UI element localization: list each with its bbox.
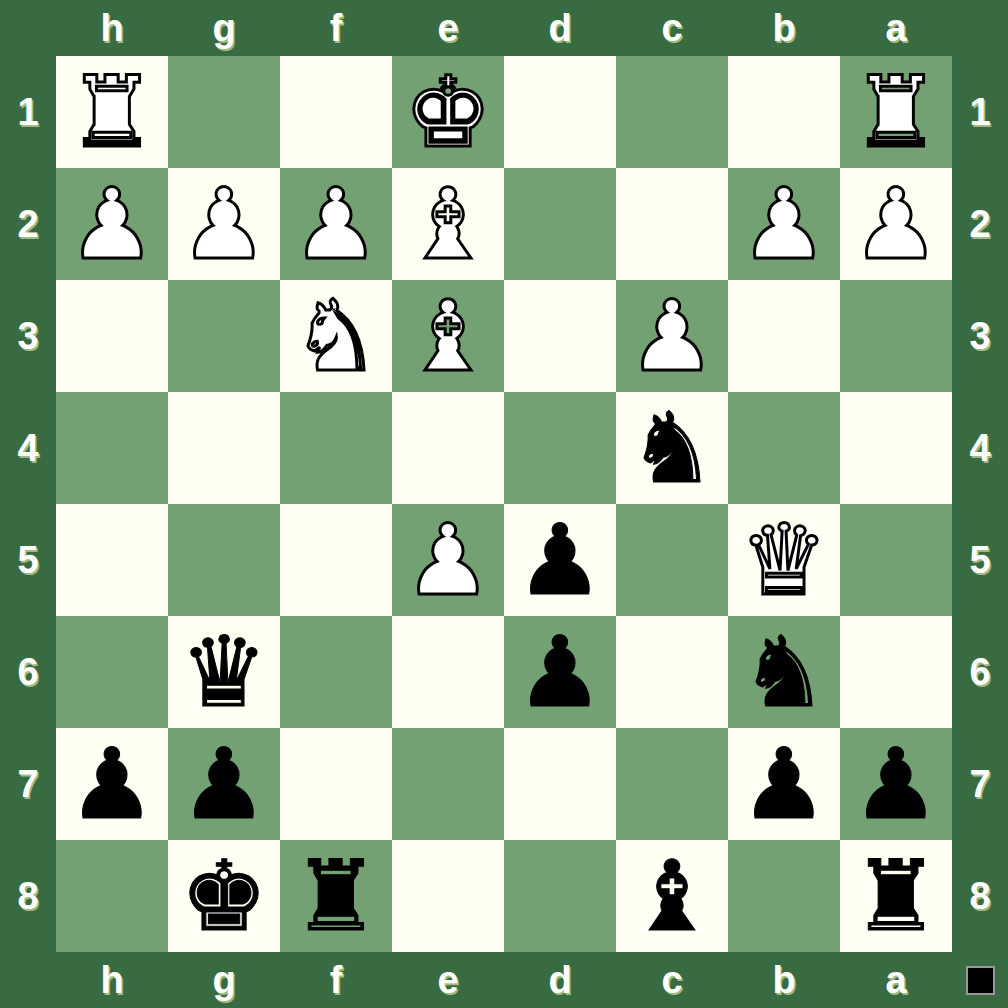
square-f6[interactable] xyxy=(280,616,392,728)
square-b7[interactable]: ♟︎ xyxy=(728,728,840,840)
square-f8[interactable]: ♜︎ xyxy=(280,840,392,952)
square-f5[interactable] xyxy=(280,504,392,616)
rank-label-1-right: 1 xyxy=(952,56,1008,168)
square-f3[interactable]: ♞︎ xyxy=(280,280,392,392)
square-e1[interactable]: ♚︎ xyxy=(392,56,504,168)
square-b6[interactable]: ♞︎ xyxy=(728,616,840,728)
square-f4[interactable] xyxy=(280,392,392,504)
square-a7[interactable]: ♟︎ xyxy=(840,728,952,840)
square-c3[interactable]: ♟︎ xyxy=(616,280,728,392)
rank-label-3-right: 3 xyxy=(952,280,1008,392)
square-b5[interactable]: ♛︎ xyxy=(728,504,840,616)
black-bishop-c8[interactable]: ♝︎ xyxy=(628,840,716,952)
square-g7[interactable]: ♟︎ xyxy=(168,728,280,840)
square-a3[interactable] xyxy=(840,280,952,392)
white-pawn-c3[interactable]: ♟︎ xyxy=(628,280,716,392)
black-rook-f8[interactable]: ♜︎ xyxy=(292,840,380,952)
black-pawn-g7[interactable]: ♟︎ xyxy=(180,728,268,840)
black-king-g8[interactable]: ♚︎ xyxy=(180,840,268,952)
black-pawn-b7[interactable]: ♟︎ xyxy=(740,728,828,840)
square-a1[interactable]: ♜︎ xyxy=(840,56,952,168)
file-label-b-top: b xyxy=(728,0,840,56)
square-a4[interactable] xyxy=(840,392,952,504)
square-d8[interactable] xyxy=(504,840,616,952)
square-h5[interactable] xyxy=(56,504,168,616)
rank-label-4-left: 4 xyxy=(0,392,56,504)
square-g4[interactable] xyxy=(168,392,280,504)
white-queen-b5[interactable]: ♛︎ xyxy=(740,504,828,616)
black-pawn-a7[interactable]: ♟︎ xyxy=(852,728,940,840)
square-d4[interactable] xyxy=(504,392,616,504)
square-b1[interactable] xyxy=(728,56,840,168)
square-e8[interactable] xyxy=(392,840,504,952)
square-c6[interactable] xyxy=(616,616,728,728)
square-c5[interactable] xyxy=(616,504,728,616)
rank-label-2-left: 2 xyxy=(0,168,56,280)
rank-label-1-left: 1 xyxy=(0,56,56,168)
square-a6[interactable] xyxy=(840,616,952,728)
rank-label-8-left: 8 xyxy=(0,840,56,952)
white-pawn-e5[interactable]: ♟︎ xyxy=(404,504,492,616)
square-h1[interactable]: ♜︎ xyxy=(56,56,168,168)
square-g3[interactable] xyxy=(168,280,280,392)
square-f7[interactable] xyxy=(280,728,392,840)
square-e3[interactable]: ♝︎ xyxy=(392,280,504,392)
square-h6[interactable] xyxy=(56,616,168,728)
file-label-g-bottom: g xyxy=(168,952,280,1008)
square-a5[interactable] xyxy=(840,504,952,616)
black-knight-b6[interactable]: ♞︎ xyxy=(740,616,828,728)
black-pawn-h7[interactable]: ♟︎ xyxy=(68,728,156,840)
square-d7[interactable] xyxy=(504,728,616,840)
rank-label-7-left: 7 xyxy=(0,728,56,840)
white-rook-h1[interactable]: ♜︎ xyxy=(68,56,156,168)
file-label-d-bottom: d xyxy=(504,952,616,1008)
square-e4[interactable] xyxy=(392,392,504,504)
white-bishop-e2[interactable]: ♝︎ xyxy=(404,168,492,280)
square-d5[interactable]: ♟︎ xyxy=(504,504,616,616)
square-f1[interactable] xyxy=(280,56,392,168)
chess-board: ♜︎♚︎♜︎♟︎♟︎♟︎♝︎♟︎♟︎♞︎♝︎♟︎♞︎♟︎♟︎♛︎♛︎♟︎♞︎♟︎… xyxy=(56,56,952,952)
square-c4[interactable]: ♞︎ xyxy=(616,392,728,504)
square-h4[interactable] xyxy=(56,392,168,504)
white-pawn-a2[interactable]: ♟︎ xyxy=(852,168,940,280)
file-label-a-top: a xyxy=(840,0,952,56)
white-pawn-b2[interactable]: ♟︎ xyxy=(740,168,828,280)
file-label-c-bottom: c xyxy=(616,952,728,1008)
white-pawn-g2[interactable]: ♟︎ xyxy=(180,168,268,280)
white-pawn-f2[interactable]: ♟︎ xyxy=(292,168,380,280)
square-b8[interactable] xyxy=(728,840,840,952)
square-f2[interactable]: ♟︎ xyxy=(280,168,392,280)
square-h8[interactable] xyxy=(56,840,168,952)
rank-label-6-left: 6 xyxy=(0,616,56,728)
rank-label-5-right: 5 xyxy=(952,504,1008,616)
rank-label-6-right: 6 xyxy=(952,616,1008,728)
file-label-d-top: d xyxy=(504,0,616,56)
square-d3[interactable] xyxy=(504,280,616,392)
file-label-g-top: g xyxy=(168,0,280,56)
chess-board-container: ♜︎♚︎♜︎♟︎♟︎♟︎♝︎♟︎♟︎♞︎♝︎♟︎♞︎♟︎♟︎♛︎♛︎♟︎♞︎♟︎… xyxy=(0,0,1008,1008)
square-h7[interactable]: ♟︎ xyxy=(56,728,168,840)
rank-label-3-left: 3 xyxy=(0,280,56,392)
square-c1[interactable] xyxy=(616,56,728,168)
white-bishop-e3[interactable]: ♝︎ xyxy=(404,280,492,392)
square-b3[interactable] xyxy=(728,280,840,392)
square-c2[interactable] xyxy=(616,168,728,280)
white-king-e1[interactable]: ♚︎ xyxy=(404,56,492,168)
white-pawn-h2[interactable]: ♟︎ xyxy=(68,168,156,280)
square-h2[interactable]: ♟︎ xyxy=(56,168,168,280)
file-label-h-bottom: h xyxy=(56,952,168,1008)
square-e2[interactable]: ♝︎ xyxy=(392,168,504,280)
file-label-h-top: h xyxy=(56,0,168,56)
rank-label-7-right: 7 xyxy=(952,728,1008,840)
square-c8[interactable]: ♝︎ xyxy=(616,840,728,952)
file-label-b-bottom: b xyxy=(728,952,840,1008)
square-e7[interactable] xyxy=(392,728,504,840)
square-a8[interactable]: ♜︎ xyxy=(840,840,952,952)
square-g6[interactable]: ♛︎ xyxy=(168,616,280,728)
white-knight-f3[interactable]: ♞︎ xyxy=(292,280,380,392)
square-g8[interactable]: ♚︎ xyxy=(168,840,280,952)
file-label-a-bottom: a xyxy=(840,952,952,1008)
file-label-c-top: c xyxy=(616,0,728,56)
file-label-e-bottom: e xyxy=(392,952,504,1008)
rank-label-5-left: 5 xyxy=(0,504,56,616)
square-d6[interactable]: ♟︎ xyxy=(504,616,616,728)
square-g2[interactable]: ♟︎ xyxy=(168,168,280,280)
file-label-f-bottom: f xyxy=(280,952,392,1008)
black-pawn-d5[interactable]: ♟︎ xyxy=(516,504,604,616)
turn-indicator-black-to-move xyxy=(966,966,995,995)
square-b4[interactable] xyxy=(728,392,840,504)
square-e6[interactable] xyxy=(392,616,504,728)
black-pawn-d6[interactable]: ♟︎ xyxy=(516,616,604,728)
square-e5[interactable]: ♟︎ xyxy=(392,504,504,616)
rank-label-8-right: 8 xyxy=(952,840,1008,952)
rank-label-2-right: 2 xyxy=(952,168,1008,280)
file-label-f-top: f xyxy=(280,0,392,56)
square-d2[interactable] xyxy=(504,168,616,280)
square-d1[interactable] xyxy=(504,56,616,168)
black-rook-a8[interactable]: ♜︎ xyxy=(852,840,940,952)
square-a2[interactable]: ♟︎ xyxy=(840,168,952,280)
file-label-e-top: e xyxy=(392,0,504,56)
black-queen-g6[interactable]: ♛︎ xyxy=(180,616,268,728)
square-b2[interactable]: ♟︎ xyxy=(728,168,840,280)
square-h3[interactable] xyxy=(56,280,168,392)
square-g1[interactable] xyxy=(168,56,280,168)
black-knight-c4[interactable]: ♞︎ xyxy=(628,392,716,504)
square-c7[interactable] xyxy=(616,728,728,840)
square-g5[interactable] xyxy=(168,504,280,616)
rank-label-4-right: 4 xyxy=(952,392,1008,504)
white-rook-a1[interactable]: ♜︎ xyxy=(852,56,940,168)
